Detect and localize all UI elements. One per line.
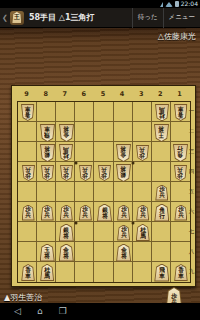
file-label: 9 bbox=[17, 88, 36, 101]
koma-飛車-82[interactable]: 飛車 bbox=[40, 124, 55, 142]
board-cell[interactable] bbox=[152, 142, 171, 162]
star-point bbox=[74, 221, 77, 224]
koma-face: 王将 bbox=[155, 125, 168, 141]
koma-face: 歩兵 bbox=[23, 166, 34, 180]
koma-face: 歩兵 bbox=[42, 166, 53, 180]
action-bar: ❮ 王 58手目 △1三角打 待った メニュー bbox=[0, 8, 200, 28]
star-point bbox=[132, 221, 135, 224]
file-label: 8 bbox=[36, 88, 55, 101]
board-cell[interactable] bbox=[75, 222, 94, 242]
sente-player-name: ▲羽生善治 bbox=[4, 292, 42, 303]
gote-player-name: △佐藤康光 bbox=[158, 31, 196, 42]
koma-face: 歩兵 bbox=[118, 206, 129, 220]
board-cell[interactable] bbox=[75, 242, 94, 262]
koma-face: 角行 bbox=[174, 145, 187, 161]
koma-face: 銀将 bbox=[41, 145, 54, 161]
koma-face: 桂馬 bbox=[156, 105, 168, 121]
board-cell[interactable] bbox=[152, 162, 171, 182]
star-point bbox=[132, 161, 135, 164]
signal-icon bbox=[160, 2, 163, 7]
board-cell[interactable] bbox=[152, 242, 171, 262]
nav-recents-icon[interactable]: ❐ bbox=[59, 303, 67, 320]
koma-face: 歩兵 bbox=[137, 206, 148, 220]
board-cell[interactable] bbox=[18, 222, 37, 242]
board-cell[interactable] bbox=[133, 262, 152, 282]
file-label: 5 bbox=[93, 88, 112, 101]
koma-金将-72[interactable]: 金将 bbox=[59, 124, 74, 142]
board-cell[interactable] bbox=[37, 102, 56, 122]
koma-face: 歩兵 bbox=[175, 206, 186, 220]
file-label: 6 bbox=[74, 88, 93, 101]
koma-face: 歩兵 bbox=[80, 206, 91, 220]
koma-銀将-44[interactable]: 銀将 bbox=[116, 164, 131, 182]
board-cell[interactable] bbox=[75, 102, 94, 122]
move-title: 58手目 △1三角打 bbox=[29, 12, 132, 23]
koma-face: 歩兵 bbox=[61, 206, 72, 220]
koma-face: 歩兵 bbox=[156, 186, 167, 200]
koma-face: 桂馬 bbox=[137, 225, 149, 241]
file-labels: 987654321 bbox=[17, 88, 189, 101]
koma-金将-43[interactable]: 金将 bbox=[116, 144, 131, 162]
board-cell[interactable] bbox=[37, 182, 56, 202]
koma-銀将-83[interactable]: 銀将 bbox=[40, 144, 55, 162]
koma-face: 飛車 bbox=[155, 265, 168, 281]
board-cell[interactable] bbox=[37, 222, 56, 242]
board-cell[interactable] bbox=[18, 182, 37, 202]
koma-歩兵-74[interactable]: 歩兵 bbox=[60, 165, 73, 181]
koma-王将-22[interactable]: 王将 bbox=[154, 124, 169, 142]
star-point bbox=[74, 161, 77, 164]
file-label: 7 bbox=[55, 88, 74, 101]
koma-face: 金将 bbox=[117, 145, 130, 161]
koma-face: 香車 bbox=[175, 105, 187, 120]
koma-face: 桂馬 bbox=[60, 145, 72, 161]
koma-face: 歩兵 bbox=[61, 166, 72, 180]
board-cell[interactable] bbox=[171, 182, 190, 202]
app-icon-piece: 王 bbox=[12, 12, 21, 23]
board-cell[interactable] bbox=[18, 142, 37, 162]
koma-face: 香車 bbox=[22, 105, 34, 120]
koma-face: 金将 bbox=[60, 125, 73, 141]
board-cell[interactable] bbox=[94, 222, 113, 242]
board-cell[interactable] bbox=[133, 182, 152, 202]
koma-face: 角行 bbox=[155, 205, 168, 221]
board-cell[interactable] bbox=[114, 182, 133, 202]
board-cell[interactable] bbox=[75, 182, 94, 202]
koma-face: 歩兵 bbox=[99, 166, 110, 180]
wifi-icon bbox=[165, 2, 173, 7]
board-cell[interactable] bbox=[171, 122, 190, 142]
board-cell[interactable] bbox=[133, 162, 152, 182]
koma-face: 飛車 bbox=[41, 125, 54, 141]
koma-face: 銀将 bbox=[60, 225, 73, 241]
koma-face: 銀将 bbox=[98, 205, 111, 221]
board-cell[interactable] bbox=[133, 122, 152, 142]
koma-face: 銀将 bbox=[117, 165, 130, 181]
koma-face: 歩兵 bbox=[23, 206, 34, 220]
menu-button[interactable]: メニュー bbox=[163, 8, 200, 28]
board-cell[interactable] bbox=[114, 102, 133, 122]
nav-home-icon[interactable]: ⌂ bbox=[37, 303, 43, 320]
board-cell[interactable] bbox=[18, 122, 37, 142]
file-label: 4 bbox=[113, 88, 132, 101]
board-cell[interactable] bbox=[94, 102, 113, 122]
koma-face: 金将 bbox=[117, 245, 130, 261]
koma-face: 歩兵 bbox=[80, 166, 91, 180]
board-cell[interactable] bbox=[114, 262, 133, 282]
board-cell[interactable] bbox=[75, 262, 94, 282]
app-icon[interactable]: 王 bbox=[10, 11, 24, 25]
board-cell[interactable] bbox=[133, 102, 152, 122]
android-nav-bar: ◁ ⌂ ❐ bbox=[0, 303, 200, 320]
board-cell[interactable] bbox=[94, 182, 113, 202]
board-cell[interactable] bbox=[171, 222, 190, 242]
koma-歩兵-84[interactable]: 歩兵 bbox=[41, 165, 54, 181]
board-cell[interactable] bbox=[56, 262, 75, 282]
board-cell[interactable] bbox=[94, 262, 113, 282]
board-cell[interactable] bbox=[18, 242, 37, 262]
board-cell[interactable] bbox=[133, 242, 152, 262]
board-cell[interactable] bbox=[94, 142, 113, 162]
koma-face: 香車 bbox=[22, 265, 34, 280]
koma-face: 玉将 bbox=[41, 245, 54, 261]
koma-歩兵-33[interactable]: 歩兵 bbox=[136, 145, 149, 161]
board-cell[interactable] bbox=[75, 142, 94, 162]
board-cell[interactable] bbox=[56, 182, 75, 202]
table-background: △佐藤康光 987654321 一二三四五六七八九 香車桂馬香車飛車金将王将銀将… bbox=[0, 28, 200, 303]
board-cell[interactable] bbox=[152, 222, 171, 242]
board-cell[interactable] bbox=[94, 122, 113, 142]
board-cell[interactable] bbox=[75, 122, 94, 142]
koma-歩兵-64[interactable]: 歩兵 bbox=[79, 165, 92, 181]
koma-歩兵-54[interactable]: 歩兵 bbox=[98, 165, 111, 181]
battery-icon bbox=[175, 1, 179, 7]
koma-face: 金将 bbox=[60, 245, 73, 261]
koma-face: 歩兵 bbox=[137, 146, 148, 160]
back-caret-icon[interactable]: ❮ bbox=[2, 14, 8, 22]
koma-face: 桂馬 bbox=[41, 265, 53, 281]
file-label: 2 bbox=[151, 88, 170, 101]
file-label: 3 bbox=[132, 88, 151, 101]
koma-face: 歩兵 bbox=[118, 226, 129, 240]
undo-button[interactable]: 待った bbox=[132, 8, 163, 28]
board-cell[interactable] bbox=[94, 242, 113, 262]
koma-face: 歩兵 bbox=[175, 166, 186, 180]
board-cell[interactable] bbox=[114, 122, 133, 142]
shogi-board[interactable]: 987654321 一二三四五六七八九 香車桂馬香車飛車金将王将銀将桂馬金将歩兵… bbox=[11, 85, 196, 287]
file-label: 1 bbox=[170, 88, 189, 101]
koma-face: 歩兵 bbox=[42, 206, 53, 220]
board-cell[interactable] bbox=[56, 102, 75, 122]
koma-face: 香車 bbox=[175, 265, 187, 280]
board-cell[interactable] bbox=[171, 242, 190, 262]
nav-back-icon[interactable]: ◁ bbox=[14, 303, 21, 320]
